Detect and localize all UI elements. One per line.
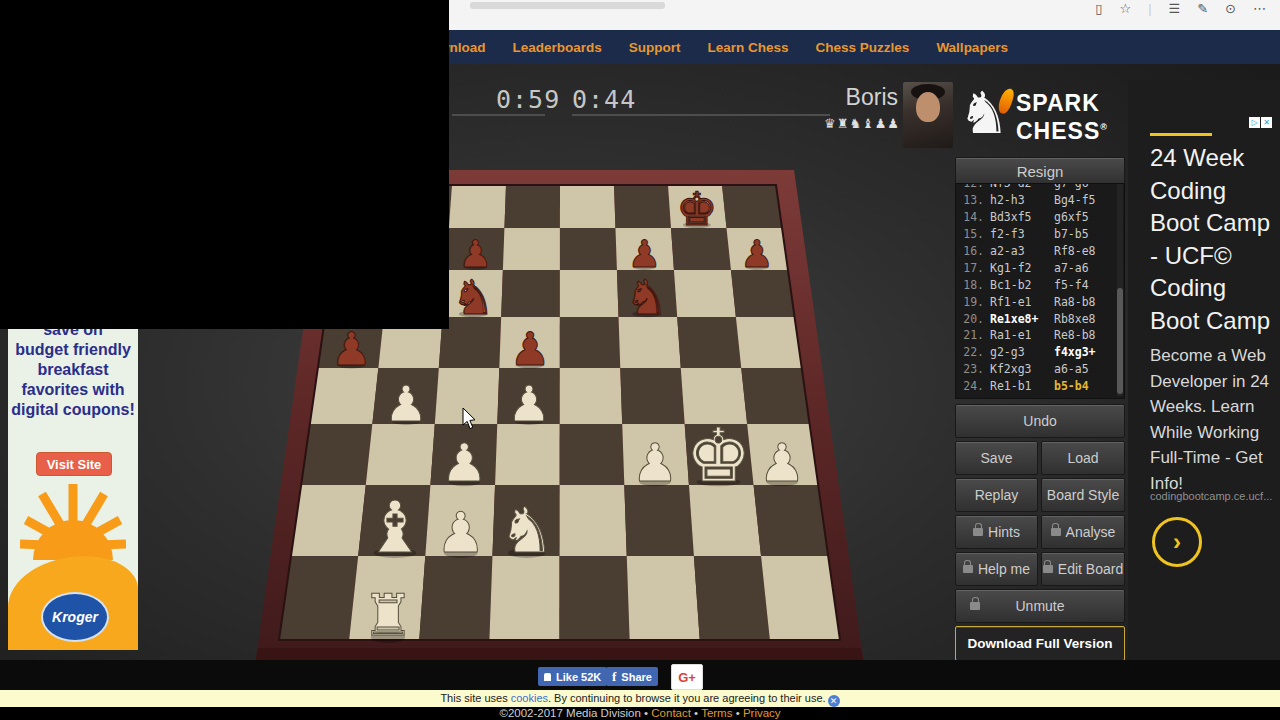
left-ad-line: budget friendly	[8, 340, 138, 360]
save-button[interactable]: Save	[955, 441, 1038, 475]
visit-site-button[interactable]: Visit Site	[36, 452, 112, 476]
right-ad-body-line: While Working	[1150, 420, 1276, 446]
thumb-up-icon	[544, 673, 551, 681]
footer-link-terms[interactable]: Terms	[701, 707, 732, 719]
cookies-link[interactable]: cookies	[511, 692, 548, 704]
separator: •	[641, 707, 651, 719]
board-style-button[interactable]: Board Style	[1041, 478, 1125, 512]
right-ad-headline-line: 24 Week	[1150, 142, 1276, 175]
move-row-13[interactable]: 13.h2-h3Bg4-f5	[956, 192, 1116, 209]
ad-close-icon: ✕	[1261, 117, 1272, 128]
move-text: 12.	[956, 183, 984, 190]
captured-pieces-tray: ♛♜♞♝♟♟	[820, 116, 900, 131]
separator: •	[691, 707, 701, 719]
move-text: 16.	[956, 244, 984, 258]
analyse-button[interactable]: Analyse	[1041, 515, 1125, 549]
opponent-name: Boris	[798, 84, 898, 111]
move-text: 14.	[956, 210, 984, 224]
logo-word-spark: SPARK	[1016, 92, 1108, 115]
adchoices-icons[interactable]: ▷✕	[1248, 117, 1272, 128]
download-full-version-button[interactable]: Download Full Version	[955, 626, 1125, 661]
move-text: 22.	[956, 345, 984, 359]
sparkchess-page: ▯☆|☰✎⊙⋯ DownloadLeaderboardsSupportLearn…	[0, 0, 1280, 720]
facebook-share-button[interactable]: f Share	[606, 667, 658, 686]
move-row-15[interactable]: 15.f2-f3b7-b5	[956, 226, 1116, 243]
move-text: g2-g3	[990, 345, 1054, 359]
move-text: a2-a3	[990, 244, 1054, 258]
move-row-20[interactable]: 20.Re1xe8+Rb8xe8	[956, 310, 1116, 327]
ad-arrow-button[interactable]: ›	[1152, 517, 1202, 567]
nav-items: DownloadLeaderboardsSupportLearn ChessCh…	[421, 30, 1008, 64]
move-row-21[interactable]: 21.Ra1-e1Re8-b8	[956, 327, 1116, 344]
left-ad-headline: save onbudget friendlybreakfastfavorites…	[8, 320, 138, 420]
copyright-bar: ©2002-2017 Media Division • Contact • Te…	[0, 707, 1280, 720]
left-ad-kroger[interactable]: save onbudget friendlybreakfastfavorites…	[8, 318, 138, 650]
move-text: f2-f3	[990, 227, 1054, 241]
captured-piece-icon: ♛	[824, 116, 837, 131]
captured-piece-icon: ♟	[875, 116, 888, 131]
google-plus-button[interactable]: G+	[671, 664, 703, 690]
right-ad-body-line: Full-Time - Get	[1150, 445, 1276, 471]
captured-piece-icon: ♞	[849, 116, 862, 131]
move-row-18[interactable]: 18.Bc1-b2f5-f4	[956, 276, 1116, 293]
move-text: Ra8-b8	[1054, 295, 1116, 309]
captured-piece-icon: ♝	[862, 116, 875, 131]
move-text: g7-g6	[1054, 183, 1116, 190]
move-text: 24.	[956, 379, 984, 393]
move-rows: 12.Nf3-d2g7-g613.h2-h3Bg4-f514.Bd3xf5g6x…	[956, 183, 1116, 395]
move-row-17[interactable]: 17.Kg1-f2a7-a6	[956, 259, 1116, 276]
knight-logo-icon: ♞	[958, 80, 1010, 146]
replay-button[interactable]: Replay	[955, 478, 1038, 512]
blackout-censor-box	[0, 0, 449, 329]
resign-button[interactable]: Resign	[955, 157, 1125, 185]
black-clock: 0:44	[572, 85, 636, 114]
move-text: Bg4-f5	[1054, 193, 1116, 207]
move-text: b5-b4	[1054, 379, 1116, 393]
move-row-14[interactable]: 14.Bd3xf5g6xf5	[956, 209, 1116, 226]
web-note-icon[interactable]: ✎	[1197, 1, 1208, 16]
move-text: f4xg3+	[1054, 345, 1116, 359]
ad-accent-line	[1150, 133, 1212, 136]
lock-icon	[963, 565, 973, 573]
nav-item-support[interactable]: Support	[629, 40, 681, 55]
move-text: f5-f4	[1054, 278, 1116, 292]
move-text: 21.	[956, 328, 984, 342]
sunburst-graphic	[20, 476, 126, 560]
load-button[interactable]: Load	[1041, 441, 1125, 475]
move-text: 19.	[956, 295, 984, 309]
undo-button[interactable]: Undo	[955, 404, 1125, 438]
person-icon[interactable]: ⊙	[1225, 1, 1236, 16]
right-ad-body: Become a WebDeveloper in 24Weeks. LearnW…	[1150, 343, 1276, 496]
move-text: Nf3-d2	[990, 183, 1054, 190]
hub-icon[interactable]: ☰	[1169, 1, 1181, 16]
move-text: Re8-b8	[1054, 328, 1116, 342]
footer-link-contact[interactable]: Contact	[651, 707, 691, 719]
move-text: Rf8-e8	[1054, 244, 1116, 258]
sparkchess-logo: ♞ SPARK CHESS®	[956, 82, 1126, 148]
move-text: 18.	[956, 278, 984, 292]
social-bar: Like 52K f Share G+	[0, 660, 1280, 690]
move-text: 20.	[956, 312, 984, 326]
right-ad-url: codingbootcamp.ce.ucf...	[1150, 490, 1272, 502]
move-text: Bc1-b2	[990, 278, 1054, 292]
separator: •	[732, 707, 742, 719]
more-icon[interactable]: ⋯	[1253, 1, 1266, 16]
right-ad-headline-line: Boot Camp	[1150, 207, 1276, 240]
move-text: Ra1-e1	[990, 328, 1054, 342]
url-bar-blur	[470, 2, 665, 9]
right-ad-body-line: Become a Web	[1150, 343, 1276, 369]
adchoices-icon: ▷	[1249, 117, 1260, 128]
opponent-avatar	[903, 82, 953, 148]
help-me-button[interactable]: Help me	[955, 552, 1038, 586]
cookie-close-icon[interactable]: ✕	[828, 695, 840, 707]
browser-icon-row: ▯☆|☰✎⊙⋯	[1095, 1, 1266, 16]
move-text: Re1xe8+	[990, 312, 1054, 326]
move-text: 23.	[956, 362, 984, 376]
nav-item-learn-chess[interactable]: Learn Chess	[708, 40, 789, 55]
move-text: 13.	[956, 193, 984, 207]
move-text: Re1-b1	[990, 379, 1054, 393]
move-text: g6xf5	[1054, 210, 1116, 224]
move-text: a7-a6	[1054, 261, 1116, 275]
edit-board-button[interactable]: Edit Board	[1041, 552, 1125, 586]
lock-icon	[970, 602, 980, 610]
avatar-face	[916, 92, 940, 122]
white-clock-underline	[452, 114, 545, 116]
right-ad-headline-line: Boot Camp	[1150, 305, 1276, 338]
black-clock-underline	[572, 114, 830, 116]
kroger-logo: Kroger	[41, 592, 109, 642]
move-row-23[interactable]: 23.Kf2xg3a6-a5	[956, 361, 1116, 378]
captured-piece-icon: ♜	[837, 116, 850, 131]
move-row-19[interactable]: 19.Rf1-e1Ra8-b8	[956, 293, 1116, 310]
move-text: Rb8xe8	[1054, 312, 1116, 326]
lock-icon	[1043, 565, 1053, 573]
move-text: Rf1-e1	[990, 295, 1054, 309]
white-clock: 0:59	[496, 85, 560, 114]
move-row-16[interactable]: 16.a2-a3Rf8-e8	[956, 243, 1116, 260]
favorites-star-icon[interactable]: ☆	[1119, 1, 1131, 16]
move-text: 17.	[956, 261, 984, 275]
move-text: Kf2xg3	[990, 362, 1054, 376]
left-ad-line: favorites with	[8, 380, 138, 400]
move-text: Kg1-f2	[990, 261, 1054, 275]
move-list-scrollbar-thumb[interactable]	[1117, 288, 1123, 394]
nav-item-wallpapers[interactable]: Wallpapers	[936, 40, 1008, 55]
nav-item-leaderboards[interactable]: Leaderboards	[513, 40, 602, 55]
reading-view-icon[interactable]: ▯	[1095, 1, 1102, 16]
divider-icon: |	[1148, 1, 1151, 16]
right-ad-body-line: Weeks. Learn	[1150, 394, 1276, 420]
facebook-f-icon: f	[612, 669, 616, 685]
cookie-notice-bar: This site uses cookies. By continuing to…	[0, 690, 1280, 707]
move-text: Bd3xf5	[990, 210, 1054, 224]
right-ad-headline-line: Coding	[1150, 272, 1276, 305]
lock-icon	[973, 528, 983, 536]
right-ad-body-line: Developer in 24	[1150, 369, 1276, 395]
captured-piece-icon: ♟	[887, 116, 900, 131]
right-ad-bootcamp[interactable]: ▷✕ 24 WeekCodingBoot Camp- UCF©CodingBoo…	[1128, 80, 1280, 664]
move-text: a6-a5	[1054, 362, 1116, 376]
move-row-24[interactable]: 24.Re1-b1b5-b4	[956, 378, 1116, 395]
hints-button[interactable]: Hints	[955, 515, 1038, 549]
right-ad-headline-line: - UCF©	[1150, 240, 1276, 273]
move-row-22[interactable]: 22.g2-g3f4xg3+	[956, 344, 1116, 361]
footer-link-privacy[interactable]: Privacy	[743, 707, 781, 719]
unmute-button[interactable]: Unmute	[955, 589, 1125, 623]
move-row-12[interactable]: 12.Nf3-d2g7-g6	[956, 183, 1116, 192]
left-ad-line: breakfast	[8, 360, 138, 380]
right-ad-headline-line: Coding	[1150, 175, 1276, 208]
right-ad-headline: 24 WeekCodingBoot Camp- UCF©CodingBoot C…	[1150, 142, 1276, 337]
logo-word-chess: CHESS®	[1016, 115, 1108, 144]
left-ad-line: digital coupons!	[8, 400, 138, 420]
move-list[interactable]: 12.Nf3-d2g7-g613.h2-h3Bg4-f514.Bd3xf5g6x…	[955, 183, 1125, 399]
facebook-like-button[interactable]: Like 52K	[538, 667, 607, 686]
nav-item-chess-puzzles[interactable]: Chess Puzzles	[816, 40, 910, 55]
move-text: 15.	[956, 227, 984, 241]
move-text: b7-b5	[1054, 227, 1116, 241]
lock-icon	[1051, 528, 1061, 536]
move-text: h2-h3	[990, 193, 1054, 207]
